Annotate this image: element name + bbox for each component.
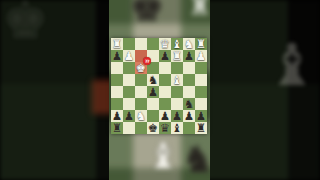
square-r6c3[interactable] — [135, 98, 147, 110]
black-pawn-icon: ♟ — [148, 86, 158, 98]
square-r2c6[interactable]: ♜ — [171, 50, 183, 62]
square-r5c8[interactable] — [195, 86, 207, 98]
black-pawn-icon: ♟ — [196, 110, 206, 122]
square-r1c2[interactable] — [123, 38, 135, 50]
square-r5c4[interactable]: ♟ — [147, 86, 159, 98]
square-r4c6[interactable]: ♝ — [171, 74, 183, 86]
square-r5c6[interactable] — [171, 86, 183, 98]
square-r2c5[interactable]: ♟ — [159, 50, 171, 62]
square-r6c6[interactable] — [171, 98, 183, 110]
square-r7c3[interactable]: ♞ — [135, 110, 147, 122]
square-r3c1[interactable] — [111, 62, 123, 74]
bg-white-piece-icon: ♝ — [147, 138, 179, 174]
square-r8c2[interactable] — [123, 122, 135, 134]
square-r6c2[interactable] — [123, 98, 135, 110]
black-knight-icon: ♞ — [148, 74, 158, 86]
square-r7c6[interactable]: ♟ — [171, 110, 183, 122]
bg-white-rook-icon: ♜ — [187, 0, 210, 20]
square-r8c6[interactable]: ♝ — [171, 122, 183, 134]
square-r5c1[interactable] — [111, 86, 123, 98]
square-r4c3[interactable] — [135, 74, 147, 86]
black-pawn-icon: ♟ — [184, 50, 194, 62]
square-r6c1[interactable] — [111, 98, 123, 110]
square-r7c8[interactable]: ♟ — [195, 110, 207, 122]
square-r5c5[interactable] — [159, 86, 171, 98]
bg-black-king-icon: ♚ — [129, 0, 165, 27]
square-r4c8[interactable] — [195, 74, 207, 86]
square-r1c3[interactable] — [135, 38, 147, 50]
square-r4c2[interactable] — [123, 74, 135, 86]
black-pawn-icon: ♟ — [160, 50, 170, 62]
black-pawn-icon: ♟ — [184, 110, 194, 122]
square-r8c5[interactable]: ♛ — [159, 122, 171, 134]
square-r8c3[interactable] — [135, 122, 147, 134]
square-r1c5[interactable]: ♛ — [159, 38, 171, 50]
square-r7c7[interactable]: ♟ — [183, 110, 195, 122]
square-r4c7[interactable] — [183, 74, 195, 86]
white-queen-icon: ♛ — [160, 38, 170, 50]
square-r8c1[interactable]: ♜ — [111, 122, 123, 134]
square-r4c5[interactable] — [159, 74, 171, 86]
square-r2c1[interactable]: ♟ — [111, 50, 123, 62]
square-r8c4[interactable]: ♚ — [147, 122, 159, 134]
white-rook-icon: ♜ — [196, 38, 206, 50]
square-r3c5[interactable] — [159, 62, 171, 74]
square-r5c2[interactable] — [123, 86, 135, 98]
square-r1c7[interactable]: ♞ — [183, 38, 195, 50]
square-r5c7[interactable] — [183, 86, 195, 98]
black-queen-icon: ♛ — [160, 122, 170, 134]
white-pawn-icon: ♟ — [196, 50, 206, 62]
black-rook-icon: ♜ — [112, 122, 122, 134]
square-r4c1[interactable] — [111, 74, 123, 86]
square-r3c2[interactable] — [123, 62, 135, 74]
blunder-badge-icon: ?? — [143, 57, 151, 65]
black-pawn-icon: ♟ — [124, 110, 134, 122]
square-r2c2[interactable]: ♟ — [123, 50, 135, 62]
square-r3c8[interactable] — [195, 62, 207, 74]
square-r5c3[interactable] — [135, 86, 147, 98]
square-r7c4[interactable] — [147, 110, 159, 122]
square-r7c2[interactable]: ♟ — [123, 110, 135, 122]
black-pawn-icon: ♟ — [112, 50, 122, 62]
square-r8c7[interactable] — [183, 122, 195, 134]
outer-bishop-icon: ♝ — [266, 36, 318, 94]
outer-king-icon: ♚ — [2, 0, 49, 46]
square-r1c4[interactable] — [147, 38, 159, 50]
square-r6c7[interactable]: ♞ — [183, 98, 195, 110]
chess-board[interactable]: ♜♛♝♞♜♟♟♟♜♟♟♚♞♝♟♞♟♟♞♟♟♟♟♜♚♛♝♜ — [111, 38, 207, 134]
square-r6c5[interactable] — [159, 98, 171, 110]
square-r8c8[interactable]: ♜ — [195, 122, 207, 134]
black-rook-icon: ♜ — [196, 122, 206, 134]
black-pawn-icon: ♟ — [172, 110, 182, 122]
square-r1c1[interactable]: ♜ — [111, 38, 123, 50]
white-bishop-icon: ♝ — [172, 38, 182, 50]
black-pawn-icon: ♟ — [160, 110, 170, 122]
square-r2c7[interactable]: ♟ — [183, 50, 195, 62]
white-pawn-icon: ♟ — [124, 50, 134, 62]
square-r4c4[interactable]: ♞ — [147, 74, 159, 86]
square-r3c7[interactable] — [183, 62, 195, 74]
black-knight-icon: ♞ — [184, 98, 194, 110]
square-r1c6[interactable]: ♝ — [171, 38, 183, 50]
white-rook-icon: ♜ — [112, 38, 122, 50]
white-knight-icon: ♞ — [184, 38, 194, 50]
square-r1c8[interactable]: ♜ — [195, 38, 207, 50]
square-r7c1[interactable]: ♟ — [111, 110, 123, 122]
black-pawn-icon: ♟ — [112, 110, 122, 122]
white-rook-icon: ♜ — [172, 50, 182, 62]
square-r7c5[interactable]: ♟ — [159, 110, 171, 122]
black-bishop-icon: ♝ — [172, 122, 182, 134]
square-r3c6[interactable] — [171, 62, 183, 74]
white-bishop-icon: ♝ — [172, 74, 182, 86]
bg-black-knight-icon: ♞ — [181, 140, 210, 178]
white-knight-icon: ♞ — [136, 110, 146, 122]
square-r2c8[interactable]: ♟ — [195, 50, 207, 62]
video-frame: ♝♚ ♚♜♝♞ ♜♛♝♞♜♟♟♟♜♟♟♚♞♝♟♞♟♟♞♟♟♟♟♜♚♛♝♜ ?? — [0, 0, 320, 180]
square-r6c4[interactable] — [147, 98, 159, 110]
square-r6c8[interactable] — [195, 98, 207, 110]
black-king-icon: ♚ — [148, 122, 158, 134]
